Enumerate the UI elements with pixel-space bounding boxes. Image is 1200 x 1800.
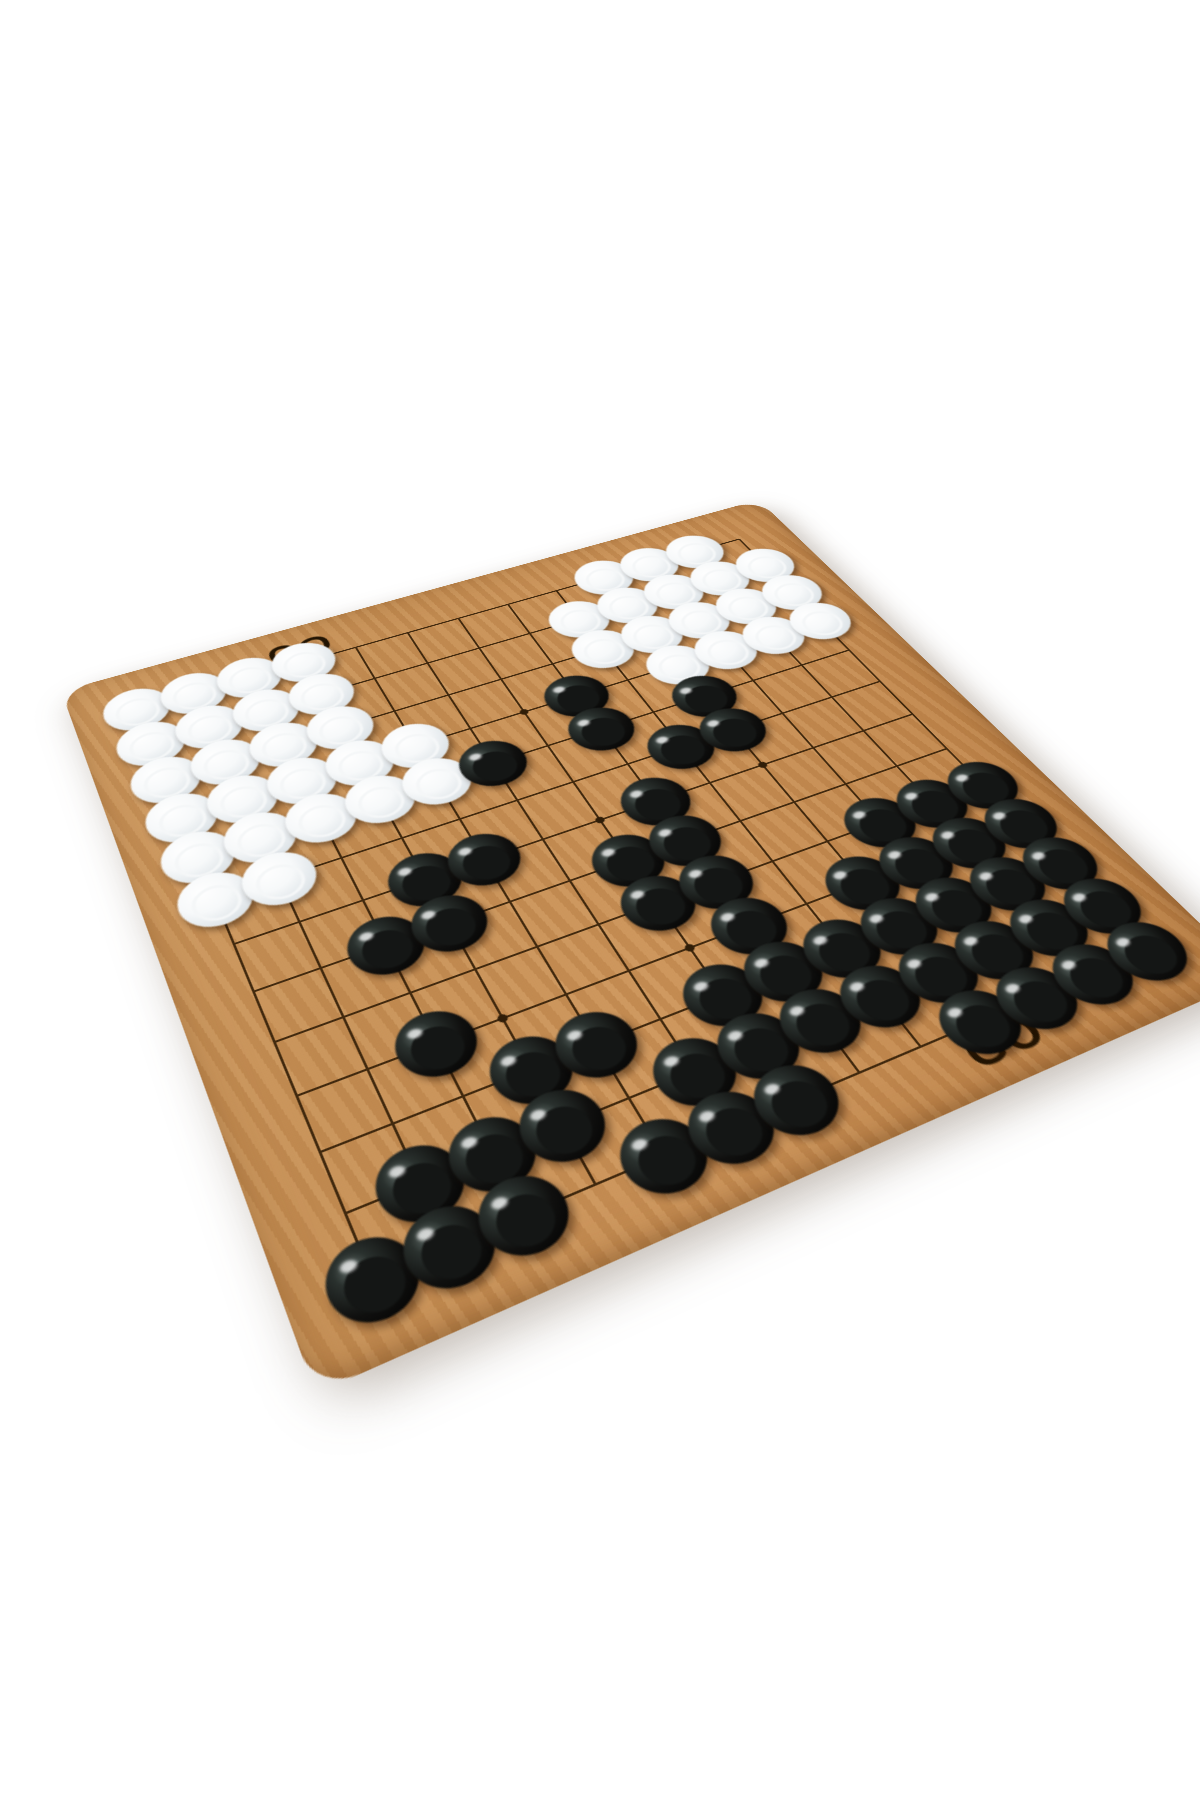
board-grid: ○○○○○○○○○○○○○○○○○○○○○○○○○○○○○○●○○○○○○○○○…	[137, 539, 1147, 1279]
go-board[interactable]: GO GO ○○○○○○○○○○○○○○○○○○○○○○○○○○○○○○●○○○…	[61, 500, 1200, 1394]
stone-black[interactable]: ●	[382, 992, 489, 1079]
board-wood-surface: GO GO ○○○○○○○○○○○○○○○○○○○○○○○○○○○○○○●○○○…	[61, 500, 1200, 1394]
product-photo-go-board: { "game": { "name": "Go", "variant": "13…	[0, 0, 1200, 1800]
